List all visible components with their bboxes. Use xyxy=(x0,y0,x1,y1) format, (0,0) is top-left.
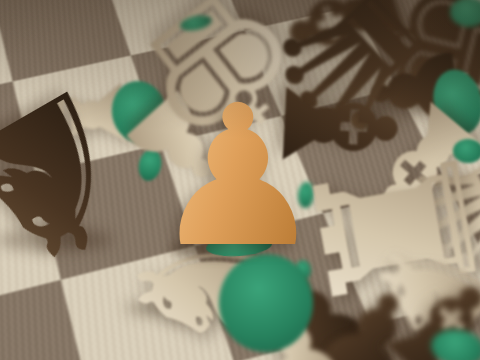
chess-photo-scene: ♟♞♚♝♟♛♝♚♝♟♜♝♛♞♞♟♟♝♟ xyxy=(0,0,480,360)
standing-white-pawn[interactable]: ♟ xyxy=(151,79,326,274)
